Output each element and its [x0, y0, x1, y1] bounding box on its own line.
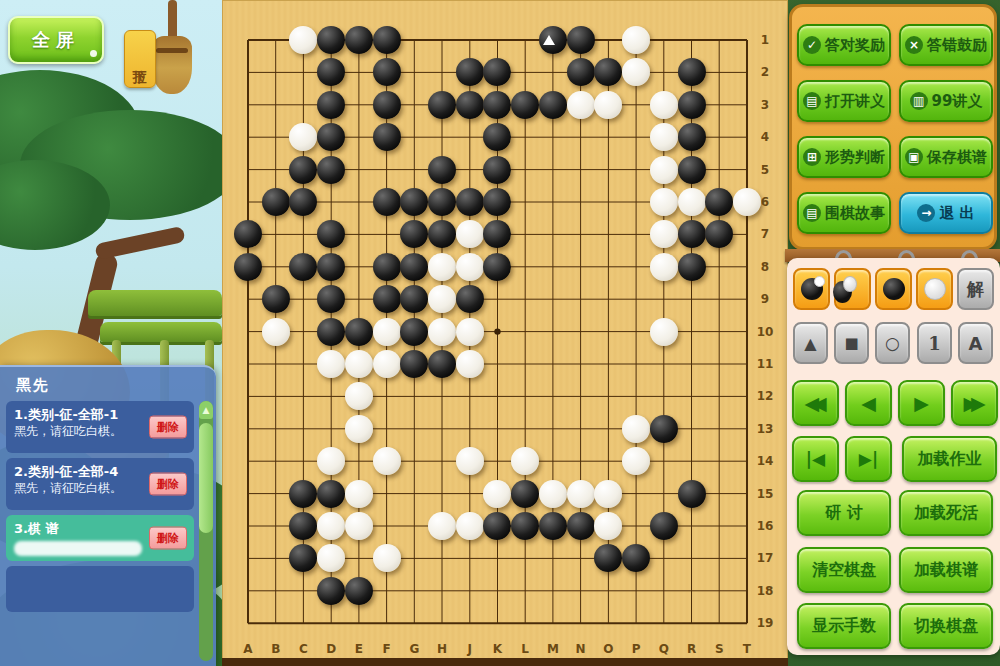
black-stone-R4	[678, 123, 706, 151]
switch-board-label: 切换棋盘	[914, 616, 978, 637]
black-stone-F2	[373, 58, 401, 86]
black-stone-C8	[289, 253, 317, 281]
fullscreen-label: 全屏	[32, 28, 80, 52]
black-stone-H6	[428, 188, 456, 216]
white-stone-F17	[373, 544, 401, 572]
fast-forward-icon: ▶▶	[963, 392, 978, 414]
white-stone-F11	[373, 350, 401, 378]
white-stone-D14	[317, 447, 345, 475]
white-stone-E16	[345, 512, 373, 540]
pavilion-roof	[88, 290, 222, 316]
black-stone-B9	[262, 285, 290, 313]
col-label-R: R	[687, 642, 696, 656]
to-start-icon: |◀	[806, 449, 825, 469]
black-stone-J2	[456, 58, 484, 86]
black-stone-E18	[345, 577, 373, 605]
fast-forward-button[interactable]: ▶▶	[951, 380, 998, 426]
button-label: 形势判断	[825, 148, 885, 167]
triangle-marker-button[interactable]: ▲	[793, 322, 828, 364]
circle-icon: ○	[885, 333, 900, 353]
row-label-12: 12	[757, 389, 774, 403]
white-stone-N15	[567, 480, 595, 508]
button-label: 保存棋谱	[927, 148, 987, 167]
black-stone-D7	[317, 220, 345, 248]
col-label-H: H	[437, 642, 447, 656]
white-stone-J8	[456, 253, 484, 281]
white-stone-icon	[924, 278, 946, 300]
col-label-C: C	[299, 642, 308, 656]
black-stone-F9	[373, 285, 401, 313]
white-stone-H16	[428, 512, 456, 540]
black-stone-F1	[373, 26, 401, 54]
white-stone-tool[interactable]	[916, 268, 953, 310]
col-label-J: J	[468, 642, 472, 656]
clear-board-label: 清空棋盘	[812, 560, 876, 581]
black-stone-A8	[234, 253, 262, 281]
delete-button[interactable]: 删除	[149, 473, 187, 496]
black-stone-tool[interactable]	[875, 268, 912, 310]
white-stone-J14	[456, 447, 484, 475]
black-stone-N2	[567, 58, 595, 86]
white-stone-J7	[456, 220, 484, 248]
col-label-N: N	[576, 642, 586, 656]
book-icon: ▥	[910, 92, 928, 110]
list-item-selected[interactable]: 3.棋 谱 删除	[6, 515, 194, 561]
black-stone-S6	[705, 188, 733, 216]
black-stone-D1	[317, 26, 345, 54]
white-stone-P13	[622, 415, 650, 443]
row-label-17: 17	[757, 551, 774, 565]
to-end-button[interactable]: ▶|	[845, 436, 892, 482]
black-stone-C6	[289, 188, 317, 216]
white-stone-E15	[345, 480, 373, 508]
white-stone-P1	[622, 26, 650, 54]
row-label-4: 4	[761, 130, 769, 144]
black-stone-G10	[400, 318, 428, 346]
col-label-F: F	[382, 642, 390, 656]
pavilion-roof	[100, 322, 222, 342]
col-label-K: K	[493, 642, 502, 656]
col-label-M: M	[547, 642, 559, 656]
load-life-death-button[interactable]: 加载死活	[899, 490, 993, 536]
tree-branch	[94, 226, 185, 260]
black-stone-E1	[345, 26, 373, 54]
col-label-L: L	[521, 642, 529, 656]
switch-board-button[interactable]: 切换棋盘	[899, 603, 993, 649]
show-move-numbers-button[interactable]: 显示手数	[797, 603, 891, 649]
white-stone-O15	[594, 480, 622, 508]
black-stone-O2	[594, 58, 622, 86]
col-label-B: B	[271, 642, 280, 656]
white-stone-P14	[622, 447, 650, 475]
row-label-1: 1	[761, 33, 769, 47]
col-label-E: E	[355, 642, 363, 656]
black-stone-R8	[678, 253, 706, 281]
white-stone-N3	[567, 91, 595, 119]
row-label-19: 19	[757, 616, 774, 630]
white-stone-D16	[317, 512, 345, 540]
judge-icon: ⊞	[803, 148, 821, 166]
white-stone-H8	[428, 253, 456, 281]
black-stone-M3	[539, 91, 567, 119]
black-stone-P17	[622, 544, 650, 572]
row-label-10: 10	[757, 325, 774, 339]
load-record-button[interactable]: 加载棋谱	[899, 547, 993, 593]
white-stone-Q8	[650, 253, 678, 281]
black-stone-F3	[373, 91, 401, 119]
pulldown-tab[interactable]: 下拉	[124, 30, 156, 88]
black-stone-K7	[483, 220, 511, 248]
answer-button[interactable]: 解	[957, 268, 994, 310]
black-stone-M16	[539, 512, 567, 540]
hanging-broom	[150, 0, 194, 100]
black-stone-D8	[317, 253, 345, 281]
row-label-13: 13	[757, 422, 774, 436]
col-label-A: A	[243, 642, 252, 656]
col-label-P: P	[632, 642, 641, 656]
black-stone-D3	[317, 91, 345, 119]
black-stone-A7	[234, 220, 262, 248]
go-board[interactable]: ABCDEFGHJKLMNOPQRST123456789101112131415…	[222, 0, 788, 666]
gloss-dot	[90, 50, 97, 57]
black-stone-D2	[317, 58, 345, 86]
black-stone-K4	[483, 123, 511, 151]
black-stone-L15	[511, 480, 539, 508]
row-label-14: 14	[757, 454, 774, 468]
button-label: 围棋故事	[825, 204, 885, 223]
black-stone-E10	[345, 318, 373, 346]
row-label-7: 7	[761, 227, 769, 241]
row-label-2: 2	[761, 65, 769, 79]
white-stone-O16	[594, 512, 622, 540]
fast-backward-icon: ◀◀	[804, 392, 819, 414]
white-stone-H9	[428, 285, 456, 313]
forward-button[interactable]: ▶	[898, 380, 945, 426]
black-stone-R7	[678, 220, 706, 248]
list-item[interactable]	[6, 566, 194, 612]
black-stone-B6	[262, 188, 290, 216]
black-stone-Q16	[650, 512, 678, 540]
backward-icon: ◀	[861, 392, 876, 414]
black-stone-R15	[678, 480, 706, 508]
black-stone-K8	[483, 253, 511, 281]
place-black-tool[interactable]	[793, 268, 830, 310]
button-label: 答对奖励	[825, 36, 885, 55]
black-stone-R2	[678, 58, 706, 86]
reward-correct-button[interactable]: ✓ 答对奖励	[797, 24, 891, 66]
delete-button[interactable]: 删除	[149, 527, 187, 550]
letter-marker-button[interactable]: A	[958, 322, 993, 364]
fast-backward-button[interactable]: ◀◀	[792, 380, 839, 426]
cross-icon: ×	[905, 36, 923, 54]
black-stone-F8	[373, 253, 401, 281]
col-label-S: S	[715, 642, 724, 656]
exit-button[interactable]: → 退 出	[899, 192, 993, 234]
black-stone-G7	[400, 220, 428, 248]
black-stone-C5	[289, 156, 317, 184]
open-lecture-button[interactable]: ▤ 打开讲义	[797, 80, 891, 122]
col-label-O: O	[603, 642, 613, 656]
row-label-3: 3	[761, 98, 769, 112]
load-homework-button[interactable]: 加载作业	[902, 436, 997, 482]
scrollbar-thumb[interactable]	[199, 423, 213, 533]
black-stone-F6	[373, 188, 401, 216]
black-stone-C15	[289, 480, 317, 508]
white-stone-M15	[539, 480, 567, 508]
black-stone-D4	[317, 123, 345, 151]
button-label: 答错鼓励	[927, 36, 987, 55]
black-stone-K6	[483, 188, 511, 216]
white-stone-icon	[843, 276, 857, 292]
white-stone-O3	[594, 91, 622, 119]
number-icon: 1	[928, 333, 941, 354]
square-marker-button[interactable]: ■	[834, 322, 869, 364]
white-stone-J10	[456, 318, 484, 346]
load-homework-label: 加载作业	[918, 449, 982, 470]
col-label-G: G	[409, 642, 419, 656]
board-frame-edge	[222, 658, 788, 666]
row-label-18: 18	[757, 584, 774, 598]
black-stone-O17	[594, 544, 622, 572]
square-icon: ■	[844, 334, 858, 352]
white-stone-H10	[428, 318, 456, 346]
white-stone-F10	[373, 318, 401, 346]
white-stone-K15	[483, 480, 511, 508]
encourage-wrong-button[interactable]: × 答错鼓励	[899, 24, 993, 66]
black-stone-R5	[678, 156, 706, 184]
black-stone-L16	[511, 512, 539, 540]
white-stone-Q7	[650, 220, 678, 248]
row-label-11: 11	[757, 357, 774, 371]
panel-title: 黑先	[16, 376, 50, 395]
black-stone-D5	[317, 156, 345, 184]
delete-button[interactable]: 删除	[149, 416, 187, 439]
black-stone-S7	[705, 220, 733, 248]
black-stone-G11	[400, 350, 428, 378]
col-label-T: T	[743, 642, 751, 656]
black-stone-J6	[456, 188, 484, 216]
situation-judge-button[interactable]: ⊞ 形势判断	[797, 136, 891, 178]
black-stone-H11	[428, 350, 456, 378]
black-stone-K3	[483, 91, 511, 119]
load-record-label: 加载棋谱	[914, 560, 978, 581]
book-icon: ▤	[803, 92, 821, 110]
white-stone-P2	[622, 58, 650, 86]
scroll-up-button[interactable]: ▲	[199, 401, 213, 419]
white-stone-Q3	[650, 91, 678, 119]
list-item[interactable]: 2.类别-征-全部-4 黑先，请征吃白棋。 删除	[6, 458, 194, 510]
black-stone-K2	[483, 58, 511, 86]
black-stone-Q13	[650, 415, 678, 443]
white-stone-B10	[262, 318, 290, 346]
button-label: 打开讲义	[825, 92, 885, 111]
row-label-8: 8	[761, 260, 769, 274]
censored-text	[14, 541, 142, 556]
white-stone-Q5	[650, 156, 678, 184]
white-stone-E13	[345, 415, 373, 443]
black-stone-D10	[317, 318, 345, 346]
white-stone-D11	[317, 350, 345, 378]
clear-board-button[interactable]: 清空棋盘	[797, 547, 891, 593]
white-stone-L14	[511, 447, 539, 475]
story-book-icon: ▤	[803, 204, 821, 222]
letter-icon: A	[969, 333, 983, 354]
black-stone-G9	[400, 285, 428, 313]
white-stone-E12	[345, 382, 373, 410]
white-stone-C4	[289, 123, 317, 151]
black-stone-H5	[428, 156, 456, 184]
black-stone-C17	[289, 544, 317, 572]
answer-label: 解	[967, 278, 984, 301]
black-stone-K16	[483, 512, 511, 540]
triangle-icon: ▲	[804, 334, 816, 353]
go-story-button[interactable]: ▤ 围棋故事	[797, 192, 891, 234]
black-stone-N1	[567, 26, 595, 54]
black-stone-H7	[428, 220, 456, 248]
button-label: 退 出	[939, 204, 974, 223]
white-stone-Q10	[650, 318, 678, 346]
save-record-button[interactable]: ▣ 保存棋谱	[899, 136, 993, 178]
black-stone-D9	[317, 285, 345, 313]
save-icon: ▣	[905, 148, 923, 166]
white-notch	[814, 276, 825, 287]
lecture-99-button[interactable]: ▥ 99讲义	[899, 80, 993, 122]
black-stone-R3	[678, 91, 706, 119]
load-life-death-label: 加载死活	[914, 503, 978, 524]
white-stone-J16	[456, 512, 484, 540]
black-stone-D18	[317, 577, 345, 605]
black-stone-icon	[801, 278, 823, 300]
black-stone-C16	[289, 512, 317, 540]
white-stone-F14	[373, 447, 401, 475]
show-move-numbers-label: 显示手数	[812, 616, 876, 637]
circle-marker-button[interactable]: ○	[875, 322, 910, 364]
black-stone-G6	[400, 188, 428, 216]
backward-button[interactable]: ◀	[845, 380, 892, 426]
black-stone-H3	[428, 91, 456, 119]
row-label-15: 15	[757, 487, 774, 501]
white-stone-R6	[678, 188, 706, 216]
col-label-D: D	[326, 642, 336, 656]
to-start-button[interactable]: |◀	[792, 436, 839, 482]
white-stone-Q6	[650, 188, 678, 216]
forward-icon: ▶	[914, 392, 929, 414]
black-stone-N16	[567, 512, 595, 540]
col-label-Q: Q	[659, 642, 669, 656]
row-label-6: 6	[761, 195, 769, 209]
black-stone-L3	[511, 91, 539, 119]
white-stone-C1	[289, 26, 317, 54]
black-stone-J9	[456, 285, 484, 313]
black-stone-J3	[456, 91, 484, 119]
exit-icon: →	[917, 204, 935, 222]
seminar-button[interactable]: 研 讨	[797, 490, 891, 536]
triangle-mark-M1	[543, 35, 555, 45]
number-marker-button[interactable]: 1	[917, 322, 952, 364]
black-stone-K5	[483, 156, 511, 184]
check-icon: ✓	[803, 36, 821, 54]
row-label-5: 5	[761, 163, 769, 177]
to-end-icon: ▶|	[859, 449, 878, 469]
black-stone-D15	[317, 480, 345, 508]
fullscreen-button[interactable]: 全屏	[8, 16, 104, 64]
black-stone-icon	[883, 278, 905, 300]
alternate-stones-tool[interactable]	[834, 268, 871, 310]
row-label-16: 16	[757, 519, 774, 533]
white-stone-D17	[317, 544, 345, 572]
row-label-9: 9	[761, 292, 769, 306]
white-stone-T6	[733, 188, 761, 216]
black-stone-G8	[400, 253, 428, 281]
list-item[interactable]: 1.类别-征-全部-1 黑先，请征吃白棋。 删除	[6, 401, 194, 453]
white-stone-Q4	[650, 123, 678, 151]
button-label: 99讲义	[932, 92, 983, 111]
seminar-label: 研 讨	[825, 503, 863, 524]
black-stone-F4	[373, 123, 401, 151]
problem-list-panel: 黑先 1.类别-征-全部-1 黑先，请征吃白棋。 删除 2.类别-征-全部-4 …	[0, 365, 216, 666]
white-stone-E11	[345, 350, 373, 378]
white-stone-J11	[456, 350, 484, 378]
